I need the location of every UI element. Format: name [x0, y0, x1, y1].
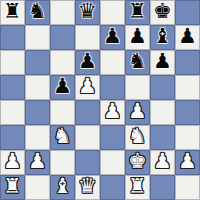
square-g2[interactable]: ♟ — [150, 150, 175, 175]
white-bishop-icon[interactable]: ♝ — [53, 174, 72, 199]
white-pawn-icon[interactable]: ♟ — [28, 149, 47, 174]
black-king-icon[interactable]: ♚ — [153, 0, 172, 24]
black-bishop-icon[interactable]: ♝ — [153, 24, 172, 49]
white-pawn-icon[interactable]: ♟ — [103, 99, 122, 124]
square-e6[interactable] — [100, 50, 125, 75]
square-h8[interactable] — [175, 0, 200, 25]
square-d5[interactable]: ♟ — [75, 75, 100, 100]
square-b4[interactable] — [25, 100, 50, 125]
square-f2[interactable]: ♚ — [125, 150, 150, 175]
square-d2[interactable] — [75, 150, 100, 175]
black-pawn-icon[interactable]: ♟ — [53, 74, 72, 99]
square-g1[interactable] — [150, 175, 175, 200]
chess-board: ♜♞♛♜♚♟♟♝♟♟♞♟♟♟♟♟♞♞♟♟♚♟♟♜♝♛♜ — [0, 0, 200, 200]
square-c5[interactable]: ♟ — [50, 75, 75, 100]
white-pawn-icon[interactable]: ♟ — [178, 149, 197, 174]
square-a2[interactable]: ♟ — [0, 150, 25, 175]
square-e3[interactable] — [100, 125, 125, 150]
square-h6[interactable] — [175, 50, 200, 75]
square-a7[interactable] — [0, 25, 25, 50]
square-e4[interactable]: ♟ — [100, 100, 125, 125]
square-h4[interactable] — [175, 100, 200, 125]
square-a4[interactable] — [0, 100, 25, 125]
square-a3[interactable] — [0, 125, 25, 150]
black-rook-icon[interactable]: ♜ — [3, 0, 22, 24]
white-pawn-icon[interactable]: ♟ — [128, 99, 147, 124]
square-a1[interactable]: ♜ — [0, 175, 25, 200]
square-b7[interactable] — [25, 25, 50, 50]
square-f8[interactable]: ♜ — [125, 0, 150, 25]
black-rook-icon[interactable]: ♜ — [128, 0, 147, 24]
square-f3[interactable]: ♞ — [125, 125, 150, 150]
square-f1[interactable]: ♜ — [125, 175, 150, 200]
square-h1[interactable] — [175, 175, 200, 200]
square-e1[interactable] — [100, 175, 125, 200]
square-d1[interactable]: ♛ — [75, 175, 100, 200]
square-d8[interactable]: ♛ — [75, 0, 100, 25]
square-g7[interactable]: ♝ — [150, 25, 175, 50]
square-a6[interactable] — [0, 50, 25, 75]
white-pawn-icon[interactable]: ♟ — [3, 149, 22, 174]
white-rook-icon[interactable]: ♜ — [3, 174, 22, 199]
square-e2[interactable] — [100, 150, 125, 175]
white-queen-icon[interactable]: ♛ — [78, 174, 97, 199]
square-d7[interactable] — [75, 25, 100, 50]
black-pawn-icon[interactable]: ♟ — [128, 24, 147, 49]
white-rook-icon[interactable]: ♜ — [128, 174, 147, 199]
square-h3[interactable] — [175, 125, 200, 150]
square-h7[interactable]: ♟ — [175, 25, 200, 50]
square-a5[interactable] — [0, 75, 25, 100]
black-pawn-icon[interactable]: ♟ — [178, 24, 197, 49]
square-f5[interactable] — [125, 75, 150, 100]
black-knight-icon[interactable]: ♞ — [128, 49, 147, 74]
square-c4[interactable] — [50, 100, 75, 125]
square-g4[interactable] — [150, 100, 175, 125]
square-c3[interactable]: ♞ — [50, 125, 75, 150]
white-knight-icon[interactable]: ♞ — [128, 124, 147, 149]
square-e5[interactable] — [100, 75, 125, 100]
square-b2[interactable]: ♟ — [25, 150, 50, 175]
square-h2[interactable]: ♟ — [175, 150, 200, 175]
square-b3[interactable] — [25, 125, 50, 150]
square-f4[interactable]: ♟ — [125, 100, 150, 125]
square-c8[interactable] — [50, 0, 75, 25]
square-a8[interactable]: ♜ — [0, 0, 25, 25]
white-king-icon[interactable]: ♚ — [128, 149, 147, 174]
white-knight-icon[interactable]: ♞ — [53, 124, 72, 149]
square-c1[interactable]: ♝ — [50, 175, 75, 200]
square-f6[interactable]: ♞ — [125, 50, 150, 75]
square-g3[interactable] — [150, 125, 175, 150]
square-d3[interactable] — [75, 125, 100, 150]
square-d4[interactable] — [75, 100, 100, 125]
square-b1[interactable] — [25, 175, 50, 200]
white-pawn-icon[interactable]: ♟ — [78, 74, 97, 99]
square-d6[interactable]: ♟ — [75, 50, 100, 75]
black-pawn-icon[interactable]: ♟ — [78, 49, 97, 74]
square-b5[interactable] — [25, 75, 50, 100]
black-pawn-icon[interactable]: ♟ — [153, 49, 172, 74]
square-b6[interactable] — [25, 50, 50, 75]
square-c7[interactable] — [50, 25, 75, 50]
square-b8[interactable]: ♞ — [25, 0, 50, 25]
black-knight-icon[interactable]: ♞ — [28, 0, 47, 24]
square-g6[interactable]: ♟ — [150, 50, 175, 75]
square-g5[interactable] — [150, 75, 175, 100]
square-c6[interactable] — [50, 50, 75, 75]
square-g8[interactable]: ♚ — [150, 0, 175, 25]
square-e7[interactable]: ♟ — [100, 25, 125, 50]
white-pawn-icon[interactable]: ♟ — [153, 149, 172, 174]
square-e8[interactable] — [100, 0, 125, 25]
black-pawn-icon[interactable]: ♟ — [103, 24, 122, 49]
square-f7[interactable]: ♟ — [125, 25, 150, 50]
black-queen-icon[interactable]: ♛ — [78, 0, 97, 24]
square-h5[interactable] — [175, 75, 200, 100]
square-c2[interactable] — [50, 150, 75, 175]
